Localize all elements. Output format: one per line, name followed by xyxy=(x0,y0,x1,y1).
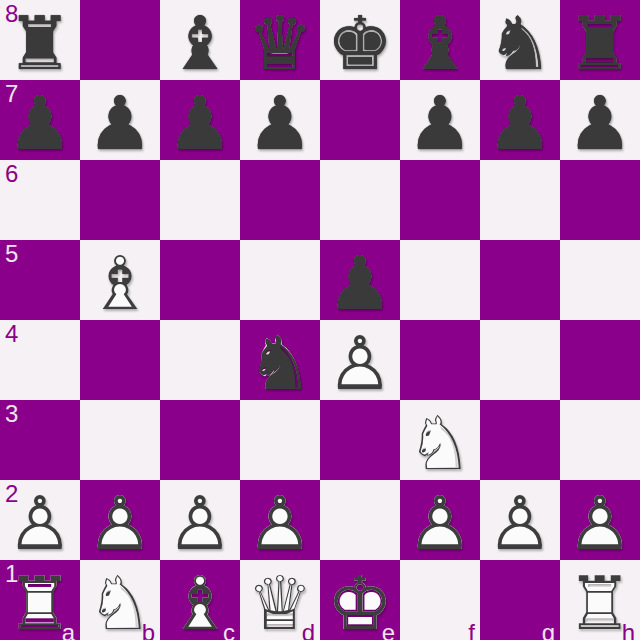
square-a2[interactable]: 2♟♙ xyxy=(0,480,80,560)
square-a6[interactable]: 6 xyxy=(0,160,80,240)
square-h3[interactable] xyxy=(560,400,640,480)
black-pawn-glyph-base: ♙ xyxy=(400,80,480,160)
white-king-glyph-base: ♚ xyxy=(320,560,400,640)
piece-black-pawn[interactable]: ♙♟ xyxy=(240,80,320,160)
white-pawn-glyph-outline: ♙ xyxy=(80,480,160,560)
square-e6[interactable] xyxy=(320,160,400,240)
white-knight-glyph-base: ♞ xyxy=(400,400,480,480)
white-pawn-glyph-base: ♟ xyxy=(320,320,400,400)
square-b6[interactable] xyxy=(80,160,160,240)
square-h1[interactable]: h♜♖ xyxy=(560,560,640,640)
square-g4[interactable] xyxy=(480,320,560,400)
piece-white-pawn[interactable]: ♟♙ xyxy=(480,480,560,560)
rank-label-6: 6 xyxy=(5,160,18,188)
square-a4[interactable]: 4 xyxy=(0,320,80,400)
square-b5[interactable]: ♝♗ xyxy=(80,240,160,320)
black-pawn-glyph-base: ♙ xyxy=(480,80,560,160)
square-c1[interactable]: c♝♗ xyxy=(160,560,240,640)
piece-black-knight[interactable]: ♘♞ xyxy=(480,0,560,80)
white-pawn-glyph-base: ♟ xyxy=(240,480,320,560)
piece-white-pawn[interactable]: ♟♙ xyxy=(320,320,400,400)
square-e3[interactable] xyxy=(320,400,400,480)
piece-white-pawn[interactable]: ♟♙ xyxy=(400,480,480,560)
piece-white-queen[interactable]: ♛♕ xyxy=(240,560,320,640)
black-pawn-glyph-base: ♙ xyxy=(560,80,640,160)
black-pawn-glyph-base: ♙ xyxy=(240,80,320,160)
black-pawn-glyph-base: ♙ xyxy=(160,80,240,160)
white-pawn-glyph-base: ♟ xyxy=(0,480,80,560)
black-bishop-glyph-outline: ♝ xyxy=(400,0,480,80)
white-rook-glyph-outline: ♖ xyxy=(0,560,80,640)
black-king-glyph-outline: ♚ xyxy=(320,0,400,80)
file-label-g: g xyxy=(542,619,555,640)
square-c8[interactable]: ♗♝ xyxy=(160,0,240,80)
piece-white-pawn[interactable]: ♟♙ xyxy=(80,480,160,560)
black-bishop-glyph-base: ♗ xyxy=(160,0,240,80)
black-pawn-glyph-outline: ♟ xyxy=(560,80,640,160)
white-pawn-glyph-outline: ♙ xyxy=(400,480,480,560)
white-pawn-glyph-outline: ♙ xyxy=(0,480,80,560)
rank-label-5: 5 xyxy=(5,240,18,268)
black-pawn-glyph-base: ♙ xyxy=(320,240,400,320)
square-g1[interactable]: g xyxy=(480,560,560,640)
black-rook-glyph-outline: ♜ xyxy=(0,0,80,80)
white-pawn-glyph-base: ♟ xyxy=(160,480,240,560)
piece-black-pawn[interactable]: ♙♟ xyxy=(320,240,400,320)
piece-black-pawn[interactable]: ♙♟ xyxy=(0,80,80,160)
square-d7[interactable]: ♙♟ xyxy=(240,80,320,160)
square-c2[interactable]: ♟♙ xyxy=(160,480,240,560)
white-queen-glyph-outline: ♕ xyxy=(240,560,320,640)
square-b4[interactable] xyxy=(80,320,160,400)
black-queen-glyph-outline: ♛ xyxy=(240,0,320,80)
white-pawn-glyph-outline: ♙ xyxy=(560,480,640,560)
piece-black-pawn[interactable]: ♙♟ xyxy=(560,80,640,160)
piece-white-pawn[interactable]: ♟♙ xyxy=(240,480,320,560)
square-g6[interactable] xyxy=(480,160,560,240)
white-bishop-glyph-base: ♝ xyxy=(80,240,160,320)
white-knight-glyph-outline: ♘ xyxy=(400,400,480,480)
black-rook-glyph-outline: ♜ xyxy=(560,0,640,80)
white-bishop-glyph-outline: ♗ xyxy=(160,560,240,640)
square-h8[interactable]: ♖♜ xyxy=(560,0,640,80)
black-knight-glyph-base: ♘ xyxy=(480,0,560,80)
black-knight-glyph-base: ♘ xyxy=(240,320,320,400)
piece-white-rook[interactable]: ♜♖ xyxy=(0,560,80,640)
square-f2[interactable]: ♟♙ xyxy=(400,480,480,560)
square-g8[interactable]: ♘♞ xyxy=(480,0,560,80)
piece-white-rook[interactable]: ♜♖ xyxy=(560,560,640,640)
rank-label-3: 3 xyxy=(5,400,18,428)
square-b3[interactable] xyxy=(80,400,160,480)
square-d6[interactable] xyxy=(240,160,320,240)
white-pawn-glyph-outline: ♙ xyxy=(240,480,320,560)
file-label-f: f xyxy=(468,619,475,640)
square-e8[interactable]: ♔♚ xyxy=(320,0,400,80)
black-pawn-glyph-outline: ♟ xyxy=(320,240,400,320)
square-e2[interactable] xyxy=(320,480,400,560)
square-b7[interactable]: ♙♟ xyxy=(80,80,160,160)
square-h6[interactable] xyxy=(560,160,640,240)
square-f7[interactable]: ♙♟ xyxy=(400,80,480,160)
piece-black-queen[interactable]: ♕♛ xyxy=(240,0,320,80)
square-d3[interactable] xyxy=(240,400,320,480)
white-pawn-glyph-outline: ♙ xyxy=(480,480,560,560)
square-c6[interactable] xyxy=(160,160,240,240)
square-d5[interactable] xyxy=(240,240,320,320)
piece-white-knight[interactable]: ♞♘ xyxy=(400,400,480,480)
piece-white-king[interactable]: ♚♔ xyxy=(320,560,400,640)
black-king-glyph-base: ♔ xyxy=(320,0,400,80)
piece-black-bishop[interactable]: ♗♝ xyxy=(160,0,240,80)
square-d4[interactable]: ♘♞ xyxy=(240,320,320,400)
square-a3[interactable]: 3 xyxy=(0,400,80,480)
piece-white-bishop[interactable]: ♝♗ xyxy=(160,560,240,640)
square-g2[interactable]: ♟♙ xyxy=(480,480,560,560)
white-bishop-glyph-base: ♝ xyxy=(160,560,240,640)
black-rook-glyph-base: ♖ xyxy=(560,0,640,80)
square-h2[interactable]: ♟♙ xyxy=(560,480,640,560)
piece-black-rook[interactable]: ♖♜ xyxy=(560,0,640,80)
white-pawn-glyph-base: ♟ xyxy=(400,480,480,560)
white-pawn-glyph-outline: ♙ xyxy=(320,320,400,400)
square-b1[interactable]: b♞♘ xyxy=(80,560,160,640)
square-b2[interactable]: ♟♙ xyxy=(80,480,160,560)
square-d1[interactable]: d♛♕ xyxy=(240,560,320,640)
piece-black-pawn[interactable]: ♙♟ xyxy=(480,80,560,160)
square-a5[interactable]: 5 xyxy=(0,240,80,320)
piece-black-rook[interactable]: ♖♜ xyxy=(0,0,80,80)
black-pawn-glyph-outline: ♟ xyxy=(240,80,320,160)
piece-black-pawn[interactable]: ♙♟ xyxy=(160,80,240,160)
piece-black-pawn[interactable]: ♙♟ xyxy=(80,80,160,160)
piece-white-pawn[interactable]: ♟♙ xyxy=(0,480,80,560)
square-a8[interactable]: 8♖♜ xyxy=(0,0,80,80)
square-d2[interactable]: ♟♙ xyxy=(240,480,320,560)
black-rook-glyph-base: ♖ xyxy=(0,0,80,80)
piece-white-bishop[interactable]: ♝♗ xyxy=(80,240,160,320)
square-f5[interactable] xyxy=(400,240,480,320)
white-queen-glyph-base: ♛ xyxy=(240,560,320,640)
square-b8[interactable] xyxy=(80,0,160,80)
white-rook-glyph-base: ♜ xyxy=(560,560,640,640)
black-knight-glyph-outline: ♞ xyxy=(240,320,320,400)
black-bishop-glyph-base: ♗ xyxy=(400,0,480,80)
square-f6[interactable] xyxy=(400,160,480,240)
square-c4[interactable] xyxy=(160,320,240,400)
black-knight-glyph-outline: ♞ xyxy=(480,0,560,80)
square-c3[interactable] xyxy=(160,400,240,480)
square-f4[interactable] xyxy=(400,320,480,400)
square-a1[interactable]: 1a♜♖ xyxy=(0,560,80,640)
white-rook-glyph-outline: ♖ xyxy=(560,560,640,640)
square-h4[interactable] xyxy=(560,320,640,400)
piece-white-knight[interactable]: ♞♘ xyxy=(80,560,160,640)
piece-white-pawn[interactable]: ♟♙ xyxy=(560,480,640,560)
black-pawn-glyph-outline: ♟ xyxy=(480,80,560,160)
black-pawn-glyph-outline: ♟ xyxy=(400,80,480,160)
square-g5[interactable] xyxy=(480,240,560,320)
square-h7[interactable]: ♙♟ xyxy=(560,80,640,160)
white-pawn-glyph-outline: ♙ xyxy=(160,480,240,560)
white-knight-glyph-outline: ♘ xyxy=(80,560,160,640)
piece-black-pawn[interactable]: ♙♟ xyxy=(400,80,480,160)
rank-label-4: 4 xyxy=(5,320,18,348)
square-c5[interactable] xyxy=(160,240,240,320)
black-pawn-glyph-base: ♙ xyxy=(0,80,80,160)
square-e4[interactable]: ♟♙ xyxy=(320,320,400,400)
black-pawn-glyph-base: ♙ xyxy=(80,80,160,160)
black-bishop-glyph-outline: ♝ xyxy=(160,0,240,80)
square-f3[interactable]: ♞♘ xyxy=(400,400,480,480)
square-h5[interactable] xyxy=(560,240,640,320)
square-f1[interactable]: f xyxy=(400,560,480,640)
square-g3[interactable] xyxy=(480,400,560,480)
black-queen-glyph-base: ♕ xyxy=(240,0,320,80)
chess-board: 8♖♜♗♝♕♛♔♚♗♝♘♞♖♜7♙♟♙♟♙♟♙♟♙♟♙♟♙♟65♝♗♙♟4♘♞♟… xyxy=(0,0,640,640)
square-f8[interactable]: ♗♝ xyxy=(400,0,480,80)
square-g7[interactable]: ♙♟ xyxy=(480,80,560,160)
white-bishop-glyph-outline: ♗ xyxy=(80,240,160,320)
piece-white-pawn[interactable]: ♟♙ xyxy=(160,480,240,560)
black-pawn-glyph-outline: ♟ xyxy=(80,80,160,160)
black-pawn-glyph-outline: ♟ xyxy=(0,80,80,160)
white-pawn-glyph-base: ♟ xyxy=(80,480,160,560)
black-pawn-glyph-outline: ♟ xyxy=(160,80,240,160)
square-e1[interactable]: e♚♔ xyxy=(320,560,400,640)
piece-black-knight[interactable]: ♘♞ xyxy=(240,320,320,400)
white-pawn-glyph-base: ♟ xyxy=(560,480,640,560)
white-rook-glyph-base: ♜ xyxy=(0,560,80,640)
square-e7[interactable] xyxy=(320,80,400,160)
white-king-glyph-outline: ♔ xyxy=(320,560,400,640)
piece-black-king[interactable]: ♔♚ xyxy=(320,0,400,80)
white-pawn-glyph-base: ♟ xyxy=(480,480,560,560)
white-knight-glyph-base: ♞ xyxy=(80,560,160,640)
square-c7[interactable]: ♙♟ xyxy=(160,80,240,160)
square-e5[interactable]: ♙♟ xyxy=(320,240,400,320)
piece-black-bishop[interactable]: ♗♝ xyxy=(400,0,480,80)
square-a7[interactable]: 7♙♟ xyxy=(0,80,80,160)
square-d8[interactable]: ♕♛ xyxy=(240,0,320,80)
